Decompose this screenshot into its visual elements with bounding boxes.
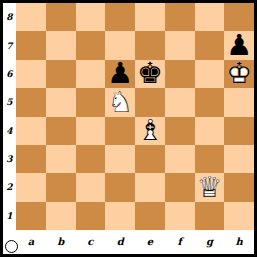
square-f6[interactable] bbox=[165, 60, 195, 88]
file-label-d: d bbox=[105, 230, 135, 252]
square-b1[interactable] bbox=[46, 202, 76, 230]
square-f3[interactable] bbox=[165, 145, 195, 173]
square-a5[interactable] bbox=[16, 88, 46, 116]
square-f1[interactable] bbox=[165, 202, 195, 230]
square-c5[interactable] bbox=[76, 88, 106, 116]
square-d6[interactable]: ♟ bbox=[105, 60, 135, 88]
square-g3[interactable] bbox=[195, 145, 225, 173]
white-knight[interactable]: ♘ bbox=[105, 88, 135, 116]
square-g8[interactable] bbox=[195, 3, 225, 31]
square-d7[interactable] bbox=[105, 31, 135, 59]
square-f4[interactable] bbox=[165, 117, 195, 145]
white-king[interactable]: ♔ bbox=[224, 60, 254, 88]
square-b5[interactable] bbox=[46, 88, 76, 116]
white-bishop[interactable]: ♗ bbox=[135, 117, 165, 145]
rank-label-8: 8 bbox=[3, 3, 16, 31]
square-b4[interactable] bbox=[46, 117, 76, 145]
square-e2[interactable] bbox=[135, 173, 165, 201]
square-d4[interactable] bbox=[105, 117, 135, 145]
white-king-fill: ♚ bbox=[224, 60, 254, 88]
square-c1[interactable] bbox=[76, 202, 106, 230]
file-label-f: f bbox=[165, 230, 195, 252]
square-e3[interactable] bbox=[135, 145, 165, 173]
white-bishop-fill: ♝ bbox=[135, 117, 165, 145]
white-knight-fill: ♞ bbox=[105, 88, 135, 116]
square-b3[interactable] bbox=[46, 145, 76, 173]
file-label-b: b bbox=[46, 230, 76, 252]
rank-label-1: 1 bbox=[3, 202, 16, 230]
square-b7[interactable] bbox=[46, 31, 76, 59]
square-b8[interactable] bbox=[46, 3, 76, 31]
square-h5[interactable] bbox=[224, 88, 254, 116]
white-to-move-indicator bbox=[5, 240, 18, 253]
square-d2[interactable] bbox=[105, 173, 135, 201]
square-h7[interactable]: ♟ bbox=[224, 31, 254, 59]
file-label-a: a bbox=[16, 230, 46, 252]
square-g1[interactable] bbox=[195, 202, 225, 230]
black-pawn[interactable]: ♟ bbox=[224, 31, 254, 59]
file-label-c: c bbox=[76, 230, 106, 252]
square-d3[interactable] bbox=[105, 145, 135, 173]
square-g5[interactable] bbox=[195, 88, 225, 116]
square-a7[interactable] bbox=[16, 31, 46, 59]
square-c7[interactable] bbox=[76, 31, 106, 59]
square-b2[interactable] bbox=[46, 173, 76, 201]
rank-label-7: 7 bbox=[3, 31, 16, 59]
square-h6[interactable]: ♚♔ bbox=[224, 60, 254, 88]
square-a8[interactable] bbox=[16, 3, 46, 31]
square-g7[interactable] bbox=[195, 31, 225, 59]
square-h3[interactable] bbox=[224, 145, 254, 173]
square-h1[interactable] bbox=[224, 202, 254, 230]
square-a3[interactable] bbox=[16, 145, 46, 173]
square-e4[interactable]: ♝♗ bbox=[135, 117, 165, 145]
square-h4[interactable] bbox=[224, 117, 254, 145]
board: ♟♟♚♚♔♞♘♝♗♛♕ bbox=[16, 3, 254, 230]
square-e1[interactable] bbox=[135, 202, 165, 230]
square-d8[interactable] bbox=[105, 3, 135, 31]
square-a2[interactable] bbox=[16, 173, 46, 201]
square-f5[interactable] bbox=[165, 88, 195, 116]
file-label-e: e bbox=[135, 230, 165, 252]
file-label-g: g bbox=[195, 230, 225, 252]
square-e6[interactable]: ♚ bbox=[135, 60, 165, 88]
square-f7[interactable] bbox=[165, 31, 195, 59]
square-f8[interactable] bbox=[165, 3, 195, 31]
rank-labels: 87654321 bbox=[3, 3, 16, 230]
white-queen[interactable]: ♕ bbox=[195, 173, 225, 201]
chess-diagram: 87654321 ♟♟♚♚♔♞♘♝♗♛♕ abcdefgh bbox=[0, 0, 257, 257]
square-c6[interactable] bbox=[76, 60, 106, 88]
file-labels: abcdefgh bbox=[16, 230, 254, 252]
square-d5[interactable]: ♞♘ bbox=[105, 88, 135, 116]
rank-label-5: 5 bbox=[3, 88, 16, 116]
rank-label-2: 2 bbox=[3, 173, 16, 201]
rank-label-3: 3 bbox=[3, 145, 16, 173]
square-g6[interactable] bbox=[195, 60, 225, 88]
square-h2[interactable] bbox=[224, 173, 254, 201]
square-e5[interactable] bbox=[135, 88, 165, 116]
rank-label-6: 6 bbox=[3, 60, 16, 88]
square-f2[interactable] bbox=[165, 173, 195, 201]
square-e8[interactable] bbox=[135, 3, 165, 31]
square-a1[interactable] bbox=[16, 202, 46, 230]
file-label-h: h bbox=[224, 230, 254, 252]
square-b6[interactable] bbox=[46, 60, 76, 88]
square-e7[interactable] bbox=[135, 31, 165, 59]
square-a6[interactable] bbox=[16, 60, 46, 88]
square-g2[interactable]: ♛♕ bbox=[195, 173, 225, 201]
black-pawn[interactable]: ♟ bbox=[105, 60, 135, 88]
square-g4[interactable] bbox=[195, 117, 225, 145]
square-a4[interactable] bbox=[16, 117, 46, 145]
square-d1[interactable] bbox=[105, 202, 135, 230]
white-queen-fill: ♛ bbox=[195, 173, 225, 201]
square-h8[interactable] bbox=[224, 3, 254, 31]
square-c4[interactable] bbox=[76, 117, 106, 145]
square-c8[interactable] bbox=[76, 3, 106, 31]
rank-label-4: 4 bbox=[3, 117, 16, 145]
square-c2[interactable] bbox=[76, 173, 106, 201]
black-king[interactable]: ♚ bbox=[135, 60, 165, 88]
square-c3[interactable] bbox=[76, 145, 106, 173]
